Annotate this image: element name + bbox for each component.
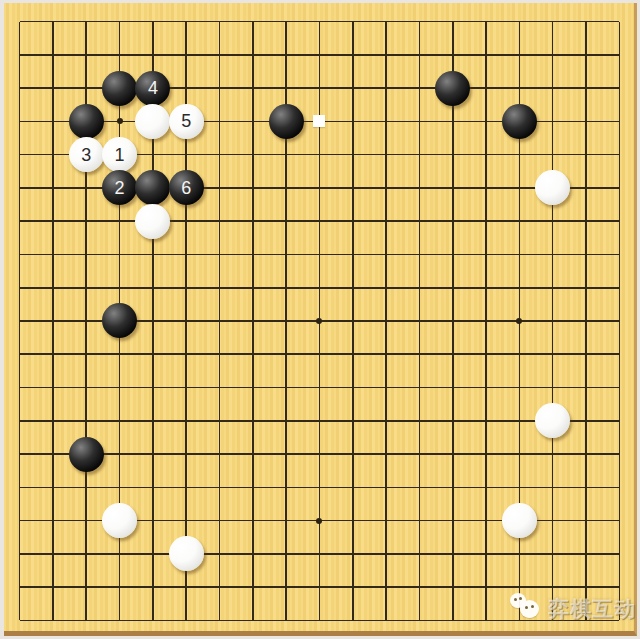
- intersection: [203, 271, 236, 304]
- intersection: [369, 537, 402, 570]
- intersection: [336, 537, 369, 570]
- intersection: [603, 404, 636, 437]
- intersection: [369, 504, 402, 537]
- intersection: [403, 304, 436, 337]
- intersection: [403, 471, 436, 504]
- intersection: [603, 371, 636, 404]
- intersection: [236, 271, 269, 304]
- intersection: [503, 138, 536, 171]
- intersection: [36, 105, 69, 138]
- intersection: [536, 5, 569, 38]
- intersection: [469, 471, 502, 504]
- intersection: [436, 537, 469, 570]
- intersection: [236, 72, 269, 105]
- intersection: [603, 271, 636, 304]
- intersection: [70, 271, 103, 304]
- intersection: [270, 105, 303, 138]
- intersection: [170, 72, 203, 105]
- intersection: [369, 271, 402, 304]
- intersection: [270, 371, 303, 404]
- intersection: [3, 304, 36, 337]
- intersection: [203, 604, 236, 637]
- intersection: [403, 371, 436, 404]
- intersection: [536, 471, 569, 504]
- intersection: [136, 404, 169, 437]
- intersection: [3, 371, 36, 404]
- intersection: 1: [103, 138, 136, 171]
- intersection: [170, 570, 203, 603]
- intersection: [236, 371, 269, 404]
- stone-number: 5: [181, 112, 191, 130]
- go-diagram-screenshot: 453126 弈棋互动: [0, 0, 640, 639]
- intersection: [136, 171, 169, 204]
- intersection: [3, 205, 36, 238]
- intersection: [270, 471, 303, 504]
- intersection: [70, 205, 103, 238]
- intersection: [569, 238, 602, 271]
- intersection: [536, 504, 569, 537]
- intersection: [303, 238, 336, 271]
- stone-black: [69, 104, 104, 139]
- intersection: [436, 5, 469, 38]
- intersection: [336, 304, 369, 337]
- intersection: [436, 371, 469, 404]
- intersection: [103, 5, 136, 38]
- intersection: [170, 304, 203, 337]
- stone-black: 6: [169, 170, 204, 205]
- intersection: [236, 105, 269, 138]
- intersection: [536, 171, 569, 204]
- intersection: [303, 138, 336, 171]
- intersection: [436, 38, 469, 71]
- stone-white: [169, 536, 204, 571]
- intersection: [436, 570, 469, 603]
- intersection: [403, 504, 436, 537]
- intersection: [536, 271, 569, 304]
- intersection: [136, 105, 169, 138]
- intersection: [436, 304, 469, 337]
- stone-white: [502, 503, 537, 538]
- intersection: [236, 537, 269, 570]
- star-point: [316, 518, 322, 524]
- intersection: [336, 138, 369, 171]
- intersection: [369, 138, 402, 171]
- intersection: [503, 471, 536, 504]
- intersection: [469, 105, 502, 138]
- intersection: [569, 72, 602, 105]
- stone-black: [102, 71, 137, 106]
- intersection: [336, 5, 369, 38]
- intersection: [36, 38, 69, 71]
- intersection: [369, 404, 402, 437]
- intersection: [3, 238, 36, 271]
- intersection: [103, 271, 136, 304]
- intersection: [569, 304, 602, 337]
- intersection: [303, 437, 336, 470]
- intersection: [536, 404, 569, 437]
- intersection: [270, 537, 303, 570]
- stone-black: 4: [135, 71, 170, 106]
- intersection: [170, 271, 203, 304]
- intersection: [303, 105, 336, 138]
- stone-white: 1: [102, 137, 137, 172]
- intersection: [603, 138, 636, 171]
- intersection: [170, 537, 203, 570]
- intersection: [303, 570, 336, 603]
- intersection: [270, 304, 303, 337]
- intersection: [3, 570, 36, 603]
- intersection: [603, 5, 636, 38]
- star-point: [117, 118, 123, 124]
- intersection: [36, 138, 69, 171]
- intersection: [436, 72, 469, 105]
- intersection: [503, 205, 536, 238]
- white-square-marker: [313, 115, 325, 127]
- intersection: [203, 205, 236, 238]
- intersection: [469, 338, 502, 371]
- intersection: [36, 304, 69, 337]
- intersection: [70, 338, 103, 371]
- intersection: [469, 5, 502, 38]
- intersection: [503, 105, 536, 138]
- intersection: [469, 404, 502, 437]
- intersection: [603, 72, 636, 105]
- intersection: [503, 171, 536, 204]
- intersection: [3, 138, 36, 171]
- intersection: [469, 205, 502, 238]
- intersection: [336, 105, 369, 138]
- intersection: [236, 570, 269, 603]
- stone-black: [135, 170, 170, 205]
- intersection: [203, 504, 236, 537]
- intersection: [369, 38, 402, 71]
- intersection: [70, 404, 103, 437]
- intersection: [436, 271, 469, 304]
- intersection: [170, 371, 203, 404]
- intersection: [103, 105, 136, 138]
- intersection: [170, 38, 203, 71]
- intersection: [436, 205, 469, 238]
- intersection: [270, 72, 303, 105]
- intersection: [36, 537, 69, 570]
- intersection: [336, 72, 369, 105]
- intersection: [3, 604, 36, 637]
- intersection: [3, 5, 36, 38]
- intersection: [536, 437, 569, 470]
- intersection: [236, 171, 269, 204]
- intersection: [70, 437, 103, 470]
- intersection: [70, 570, 103, 603]
- intersection: [36, 338, 69, 371]
- stone-black: [502, 104, 537, 139]
- bubble-eye-icon: [525, 606, 528, 609]
- intersection: [136, 205, 169, 238]
- intersection: [3, 38, 36, 71]
- intersection: [403, 570, 436, 603]
- intersection: [469, 271, 502, 304]
- intersection: [236, 138, 269, 171]
- intersection: [103, 404, 136, 437]
- intersection: [303, 471, 336, 504]
- intersection: [436, 138, 469, 171]
- intersection: [103, 471, 136, 504]
- intersection: [403, 5, 436, 38]
- intersection: [569, 105, 602, 138]
- intersection: [469, 304, 502, 337]
- intersection: [70, 304, 103, 337]
- intersection: [203, 537, 236, 570]
- intersection: [536, 205, 569, 238]
- intersection: [270, 338, 303, 371]
- intersection: [70, 5, 103, 38]
- intersection: [103, 205, 136, 238]
- intersection: [203, 171, 236, 204]
- intersection: [403, 138, 436, 171]
- bubble-eye-icon: [519, 597, 522, 600]
- intersection: [503, 537, 536, 570]
- intersection: [36, 471, 69, 504]
- stone-black: 2: [102, 170, 137, 205]
- intersection: [303, 72, 336, 105]
- intersection: [603, 504, 636, 537]
- intersection: [70, 471, 103, 504]
- intersection: [503, 5, 536, 38]
- intersection: [3, 504, 36, 537]
- intersection: [236, 38, 269, 71]
- intersection: [403, 38, 436, 71]
- intersection: [303, 604, 336, 637]
- intersection: [103, 38, 136, 71]
- intersection: [569, 171, 602, 204]
- intersection: [236, 437, 269, 470]
- intersection: [103, 504, 136, 537]
- intersection: [336, 504, 369, 537]
- intersection: 6: [170, 171, 203, 204]
- stone-black: [102, 303, 137, 338]
- intersection: [569, 138, 602, 171]
- intersection: [336, 238, 369, 271]
- intersection: [3, 404, 36, 437]
- intersection: [336, 205, 369, 238]
- intersection: [70, 72, 103, 105]
- intersection: 3: [70, 138, 103, 171]
- intersection: [303, 504, 336, 537]
- stone-number: 6: [181, 179, 191, 197]
- intersection: [70, 171, 103, 204]
- bubble-eye-icon: [514, 598, 517, 601]
- stone-number: 1: [115, 146, 125, 164]
- intersection: [3, 537, 36, 570]
- intersection: [170, 604, 203, 637]
- stone-number: 3: [81, 146, 91, 164]
- intersection: [170, 504, 203, 537]
- intersection: [569, 537, 602, 570]
- board-grid: 453126: [3, 5, 636, 637]
- intersection: [336, 371, 369, 404]
- intersection: [36, 437, 69, 470]
- intersection: [136, 570, 169, 603]
- intersection: [603, 238, 636, 271]
- intersection: [436, 471, 469, 504]
- intersection: [369, 604, 402, 637]
- stone-white: 3: [69, 137, 104, 172]
- intersection: [103, 304, 136, 337]
- intersection: [403, 271, 436, 304]
- intersection: [503, 72, 536, 105]
- intersection: [403, 205, 436, 238]
- intersection: [70, 504, 103, 537]
- intersection: [503, 238, 536, 271]
- intersection: [203, 404, 236, 437]
- intersection: [303, 171, 336, 204]
- intersection: [170, 138, 203, 171]
- intersection: [569, 371, 602, 404]
- intersection: [103, 72, 136, 105]
- intersection: [170, 338, 203, 371]
- intersection: [369, 437, 402, 470]
- intersection: [569, 338, 602, 371]
- intersection: 4: [136, 72, 169, 105]
- intersection: [3, 271, 36, 304]
- intersection: [469, 437, 502, 470]
- intersection: [569, 205, 602, 238]
- intersection: [369, 570, 402, 603]
- intersection: [336, 338, 369, 371]
- intersection: [469, 604, 502, 637]
- intersection: [170, 5, 203, 38]
- intersection: [103, 537, 136, 570]
- intersection: [603, 171, 636, 204]
- intersection: [469, 138, 502, 171]
- intersection: [236, 5, 269, 38]
- intersection: [336, 437, 369, 470]
- intersection: [136, 138, 169, 171]
- intersection: [103, 437, 136, 470]
- intersection: [36, 371, 69, 404]
- intersection: [136, 537, 169, 570]
- intersection: [569, 437, 602, 470]
- intersection: [503, 304, 536, 337]
- intersection: [36, 171, 69, 204]
- intersection: [369, 304, 402, 337]
- intersection: 5: [170, 105, 203, 138]
- stone-white: [535, 403, 570, 438]
- intersection: [369, 371, 402, 404]
- intersection: [403, 437, 436, 470]
- intersection: [36, 504, 69, 537]
- intersection: [303, 271, 336, 304]
- intersection: [136, 271, 169, 304]
- intersection: [3, 105, 36, 138]
- intersection: [36, 72, 69, 105]
- intersection: [303, 338, 336, 371]
- intersection: [303, 404, 336, 437]
- intersection: [270, 404, 303, 437]
- intersection: [136, 238, 169, 271]
- intersection: [469, 371, 502, 404]
- intersection: [203, 338, 236, 371]
- intersection: [236, 604, 269, 637]
- intersection: [536, 338, 569, 371]
- intersection: [336, 171, 369, 204]
- intersection: [3, 338, 36, 371]
- intersection: [336, 38, 369, 71]
- intersection: [369, 471, 402, 504]
- stone-white: [135, 204, 170, 239]
- intersection: [70, 38, 103, 71]
- intersection: [303, 38, 336, 71]
- intersection: [3, 437, 36, 470]
- intersection: [603, 537, 636, 570]
- intersection: [3, 171, 36, 204]
- intersection: [569, 404, 602, 437]
- intersection: [136, 604, 169, 637]
- intersection: [569, 5, 602, 38]
- intersection: [270, 205, 303, 238]
- intersection: [436, 504, 469, 537]
- intersection: [236, 338, 269, 371]
- intersection: [236, 304, 269, 337]
- intersection: [469, 570, 502, 603]
- intersection: [503, 504, 536, 537]
- intersection: [369, 72, 402, 105]
- watermark: 弈棋互动: [503, 590, 637, 624]
- intersection: [436, 437, 469, 470]
- intersection: [203, 38, 236, 71]
- intersection: [536, 105, 569, 138]
- intersection: [569, 271, 602, 304]
- intersection: [203, 570, 236, 603]
- intersection: [270, 171, 303, 204]
- watermark-text: 弈棋互动: [548, 595, 636, 623]
- intersection: [236, 504, 269, 537]
- intersection: [603, 437, 636, 470]
- intersection: [70, 537, 103, 570]
- intersection: [136, 38, 169, 71]
- stone-white: [102, 503, 137, 538]
- intersection: [136, 338, 169, 371]
- intersection: [36, 238, 69, 271]
- stone-black: [69, 437, 104, 472]
- intersection: [203, 304, 236, 337]
- intersection: [436, 404, 469, 437]
- intersection: [236, 471, 269, 504]
- intersection: [270, 238, 303, 271]
- intersection: [203, 238, 236, 271]
- intersection: [369, 205, 402, 238]
- intersection: [336, 604, 369, 637]
- intersection: [270, 570, 303, 603]
- intersection: [369, 338, 402, 371]
- intersection: [536, 238, 569, 271]
- intersection: [536, 138, 569, 171]
- intersection: 2: [103, 171, 136, 204]
- intersection: [469, 238, 502, 271]
- intersection: [103, 238, 136, 271]
- intersection: [136, 5, 169, 38]
- intersection: [403, 72, 436, 105]
- intersection: [103, 338, 136, 371]
- intersection: [536, 537, 569, 570]
- intersection: [70, 238, 103, 271]
- intersection: [436, 338, 469, 371]
- intersection: [369, 171, 402, 204]
- intersection: [270, 5, 303, 38]
- intersection: [170, 205, 203, 238]
- intersection: [170, 471, 203, 504]
- intersection: [3, 471, 36, 504]
- intersection: [170, 238, 203, 271]
